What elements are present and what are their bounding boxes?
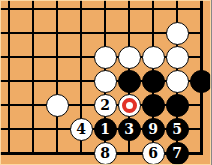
board-cell: 1	[93, 117, 117, 141]
board-cell: 6	[141, 141, 165, 165]
board-cell	[165, 45, 189, 69]
white-stone: 4	[70, 118, 93, 141]
board-cell	[117, 141, 141, 165]
board-cell	[45, 0, 69, 21]
board-cell	[0, 0, 21, 21]
board-cell	[117, 0, 141, 21]
board-cell	[189, 93, 211, 117]
white-stone	[118, 94, 141, 117]
white-stone	[142, 46, 165, 69]
board-cell	[21, 93, 45, 117]
board-cell	[69, 93, 93, 117]
white-stone: 6	[142, 142, 165, 165]
go-board: 241395867	[0, 0, 211, 165]
black-stone	[142, 70, 165, 93]
move-number-label: 2	[100, 98, 110, 112]
black-stone	[142, 94, 165, 117]
board-cell	[69, 69, 93, 93]
board-cell	[45, 21, 69, 45]
board-cell	[141, 69, 165, 93]
board-cell	[93, 45, 117, 69]
board-cell	[117, 21, 141, 45]
board-cell	[0, 93, 21, 117]
board-cell	[189, 0, 211, 21]
black-stone: 1	[94, 118, 117, 141]
move-number-label: 9	[148, 122, 158, 136]
red-circle-marker-icon	[122, 98, 137, 113]
board-cell	[141, 93, 165, 117]
board-cell	[45, 141, 69, 165]
board-cell	[0, 45, 21, 69]
board-cell	[45, 93, 69, 117]
black-stone	[190, 70, 212, 93]
board-cell: 2	[93, 93, 117, 117]
board-cell	[45, 117, 69, 141]
black-stone	[166, 94, 189, 117]
board-cell	[45, 45, 69, 69]
move-number-label: 4	[76, 122, 86, 136]
white-stone	[94, 46, 117, 69]
move-number-label: 8	[100, 146, 110, 160]
board-cell	[117, 69, 141, 93]
board-cell: 7	[165, 141, 189, 165]
board-cell: 4	[69, 117, 93, 141]
move-number-label: 7	[172, 146, 182, 160]
board-cell	[0, 21, 21, 45]
board-cell	[69, 21, 93, 45]
board-cell	[189, 21, 211, 45]
board-cell	[93, 21, 117, 45]
board-cell	[0, 69, 21, 93]
board-cell	[21, 0, 45, 21]
board-cell	[93, 69, 117, 93]
white-stone	[94, 70, 117, 93]
white-stone	[46, 94, 69, 117]
board-cell: 9	[141, 117, 165, 141]
move-number-label: 3	[124, 122, 134, 136]
black-stone: 3	[118, 118, 141, 141]
move-number-label: 1	[100, 122, 110, 136]
board-cell	[165, 69, 189, 93]
white-stone	[118, 46, 141, 69]
board-cell	[21, 21, 45, 45]
white-stone: 2	[94, 94, 117, 117]
board-cell	[117, 45, 141, 69]
board-cell	[21, 141, 45, 165]
board-cell	[21, 45, 45, 69]
board-cell: 5	[165, 117, 189, 141]
board-cell	[141, 21, 165, 45]
black-stone: 5	[166, 118, 189, 141]
board-cell	[21, 117, 45, 141]
board-cell	[45, 69, 69, 93]
white-stone	[166, 22, 189, 45]
move-number-label: 5	[172, 122, 182, 136]
board-cell: 3	[117, 117, 141, 141]
go-diagram: 241395867	[0, 0, 211, 165]
board-cell	[93, 0, 117, 21]
board-cell	[165, 21, 189, 45]
board-cell	[69, 141, 93, 165]
white-stone	[166, 70, 189, 93]
board-cell	[0, 117, 21, 141]
board-cell	[69, 0, 93, 21]
move-number-label: 6	[148, 146, 158, 160]
board-cell	[165, 93, 189, 117]
white-stone	[166, 46, 189, 69]
board-cells: 241395867	[0, 0, 211, 165]
board-cell	[21, 69, 45, 93]
board-cell	[69, 45, 93, 69]
black-stone	[118, 70, 141, 93]
black-stone: 7	[166, 142, 189, 165]
board-cell	[189, 69, 211, 93]
board-cell	[189, 45, 211, 69]
board-cell	[141, 0, 165, 21]
board-cell	[189, 117, 211, 141]
black-stone: 9	[142, 118, 165, 141]
board-cell	[117, 93, 141, 117]
white-stone: 8	[94, 142, 117, 165]
board-cell	[141, 45, 165, 69]
board-cell	[189, 141, 211, 165]
board-cell	[165, 0, 189, 21]
board-cell	[0, 141, 21, 165]
board-cell: 8	[93, 141, 117, 165]
